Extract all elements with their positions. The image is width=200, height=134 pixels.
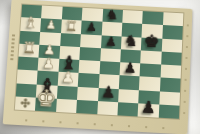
square[interactable]: ♜ [19, 43, 40, 57]
square[interactable] [16, 83, 37, 97]
square[interactable]: ♝ [20, 17, 41, 31]
black-pawn-piece[interactable]: ♟ [101, 85, 116, 101]
square[interactable] [118, 89, 139, 103]
square[interactable] [139, 77, 160, 91]
square[interactable]: ♚ [35, 97, 56, 111]
square[interactable] [163, 12, 184, 26]
square[interactable]: ♟ [98, 88, 119, 102]
square[interactable]: ♜ [61, 20, 82, 34]
black-pawn-piece[interactable]: ♟ [123, 61, 136, 75]
square[interactable] [122, 10, 143, 24]
square[interactable] [79, 60, 100, 74]
black-knight-piece[interactable]: ♞ [124, 34, 139, 49]
black-pawn-piece[interactable]: ♟ [105, 35, 117, 47]
black-pawn-piece[interactable]: ♟ [86, 22, 97, 34]
square[interactable] [119, 75, 140, 89]
square[interactable] [80, 34, 101, 48]
square[interactable] [159, 91, 180, 105]
white-rook-piece[interactable]: ♜ [65, 19, 78, 32]
square[interactable] [57, 85, 78, 99]
white-king-piece[interactable]: ♚ [35, 88, 57, 111]
square[interactable] [60, 33, 81, 47]
square[interactable]: ♟ [38, 58, 59, 72]
border-coordinate-marks-right [183, 24, 189, 118]
vinyl-chess-mat: ♞♝♟♜♟♟♞♚♜♟♟♝♟♟♝♟♚♟ [3, 0, 193, 134]
board-corner-emblem-icon [21, 99, 31, 109]
square[interactable] [140, 63, 161, 77]
square[interactable] [140, 50, 161, 64]
square[interactable] [161, 51, 182, 65]
square[interactable] [161, 38, 182, 52]
border-coordinate-marks-bottom [25, 119, 168, 129]
white-pawn-piece[interactable]: ♟ [45, 20, 56, 32]
square[interactable] [142, 11, 163, 25]
square[interactable] [76, 100, 97, 115]
square[interactable] [17, 70, 38, 84]
square[interactable] [78, 73, 99, 87]
square[interactable]: ♞ [102, 9, 123, 23]
black-king-piece[interactable]: ♚ [143, 33, 159, 50]
square[interactable] [15, 96, 36, 110]
square[interactable] [99, 61, 120, 75]
square[interactable]: ♟ [81, 21, 102, 35]
white-pawn-piece[interactable]: ♟ [42, 57, 56, 71]
black-knight-piece[interactable]: ♞ [106, 9, 119, 22]
white-bishop-piece[interactable]: ♝ [24, 15, 39, 30]
square[interactable]: ♞ [121, 36, 142, 50]
square[interactable] [160, 78, 181, 92]
square[interactable]: ♟ [138, 103, 159, 118]
square[interactable]: ♟ [41, 19, 62, 33]
black-pawn-piece[interactable]: ♟ [141, 100, 157, 117]
square[interactable] [158, 104, 179, 119]
square[interactable]: ♟ [119, 62, 140, 76]
square[interactable] [77, 86, 98, 100]
square[interactable] [56, 99, 77, 114]
square[interactable] [100, 48, 121, 62]
square[interactable] [79, 47, 100, 61]
white-pawn-piece[interactable]: ♟ [61, 70, 75, 85]
square[interactable] [18, 57, 39, 71]
chessboard-photo: ♞♝♟♜♟♟♞♚♜♟♟♝♟♟♝♟♚♟ [0, 0, 200, 134]
square[interactable] [117, 102, 138, 117]
border-brand-mark [10, 34, 15, 62]
square[interactable]: ♚ [141, 37, 162, 51]
white-rook-piece[interactable]: ♜ [22, 41, 37, 56]
chess-board: ♞♝♟♜♟♟♞♚♜♟♟♝♟♟♝♟♚♟ [15, 4, 184, 118]
square[interactable] [160, 64, 181, 78]
square[interactable] [97, 101, 118, 116]
square[interactable] [162, 25, 183, 39]
square[interactable]: ♟ [57, 72, 78, 86]
square[interactable]: ♟ [101, 35, 122, 49]
